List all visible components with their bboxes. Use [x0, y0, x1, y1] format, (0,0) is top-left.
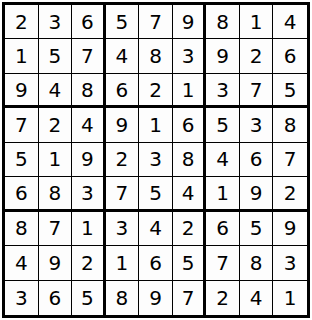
cell-r5c6: 8: [173, 143, 207, 177]
cell-r2c1: 1: [5, 39, 39, 73]
cell-r4c5: 1: [139, 108, 173, 142]
cell-r3c7: 3: [206, 74, 240, 108]
cell-r8c6: 5: [173, 246, 207, 280]
cell-r7c7: 6: [206, 212, 240, 246]
cell-r8c5: 6: [139, 246, 173, 280]
cell-r5c3: 9: [72, 143, 106, 177]
cell-r1c9: 4: [273, 5, 307, 39]
cell-r9c3: 5: [72, 281, 106, 315]
cell-r9c7: 2: [206, 281, 240, 315]
cell-r4c6: 6: [173, 108, 207, 142]
cell-r7c2: 7: [39, 212, 73, 246]
cell-r6c6: 4: [173, 177, 207, 211]
cell-r6c1: 6: [5, 177, 39, 211]
cell-r1c4: 5: [106, 5, 140, 39]
cell-r2c9: 6: [273, 39, 307, 73]
cell-r5c5: 3: [139, 143, 173, 177]
cell-r8c8: 8: [240, 246, 274, 280]
cell-r1c3: 6: [72, 5, 106, 39]
cell-r3c5: 2: [139, 74, 173, 108]
cell-r1c5: 7: [139, 5, 173, 39]
cell-r1c6: 9: [173, 5, 207, 39]
cell-r7c3: 1: [72, 212, 106, 246]
cell-r3c3: 8: [72, 74, 106, 108]
cell-r2c3: 7: [72, 39, 106, 73]
cell-r3c2: 4: [39, 74, 73, 108]
cell-r8c2: 9: [39, 246, 73, 280]
cell-r6c7: 1: [206, 177, 240, 211]
cell-r2c6: 3: [173, 39, 207, 73]
cell-r9c9: 1: [273, 281, 307, 315]
cell-r7c4: 3: [106, 212, 140, 246]
cell-r1c2: 3: [39, 5, 73, 39]
cell-r4c2: 2: [39, 108, 73, 142]
cell-r1c8: 1: [240, 5, 274, 39]
cell-r6c8: 9: [240, 177, 274, 211]
cell-r7c6: 2: [173, 212, 207, 246]
cell-r8c7: 7: [206, 246, 240, 280]
cell-r1c1: 2: [5, 5, 39, 39]
cell-r2c8: 2: [240, 39, 274, 73]
cell-r5c8: 6: [240, 143, 274, 177]
cell-r9c2: 6: [39, 281, 73, 315]
cell-r4c1: 7: [5, 108, 39, 142]
cell-r9c1: 3: [5, 281, 39, 315]
cell-r7c8: 5: [240, 212, 274, 246]
cell-r2c5: 8: [139, 39, 173, 73]
cell-r8c3: 2: [72, 246, 106, 280]
cell-r5c7: 4: [206, 143, 240, 177]
cell-r9c4: 8: [106, 281, 140, 315]
cell-r5c1: 5: [5, 143, 39, 177]
cell-r3c6: 1: [173, 74, 207, 108]
cell-r9c8: 4: [240, 281, 274, 315]
cell-r3c1: 9: [5, 74, 39, 108]
cell-r2c2: 5: [39, 39, 73, 73]
cell-r4c3: 4: [72, 108, 106, 142]
cell-r7c5: 4: [139, 212, 173, 246]
cell-r7c9: 9: [273, 212, 307, 246]
cell-r2c7: 9: [206, 39, 240, 73]
cell-r1c7: 8: [206, 5, 240, 39]
cell-r7c1: 8: [5, 212, 39, 246]
sudoku-board: 2365798141574839269486213757249165385192…: [2, 2, 310, 318]
cell-r3c8: 7: [240, 74, 274, 108]
cell-r6c9: 2: [273, 177, 307, 211]
cell-r2c4: 4: [106, 39, 140, 73]
cell-r6c3: 3: [72, 177, 106, 211]
cell-r5c4: 2: [106, 143, 140, 177]
cell-r4c8: 3: [240, 108, 274, 142]
cell-r6c2: 8: [39, 177, 73, 211]
cell-r3c4: 6: [106, 74, 140, 108]
cell-r5c2: 1: [39, 143, 73, 177]
cell-r8c1: 4: [5, 246, 39, 280]
cell-r6c5: 5: [139, 177, 173, 211]
cell-r4c7: 5: [206, 108, 240, 142]
cell-r8c9: 3: [273, 246, 307, 280]
cell-r3c9: 5: [273, 74, 307, 108]
cell-r6c4: 7: [106, 177, 140, 211]
cell-r5c9: 7: [273, 143, 307, 177]
cell-r4c4: 9: [106, 108, 140, 142]
cell-r9c5: 9: [139, 281, 173, 315]
cell-r8c4: 1: [106, 246, 140, 280]
cell-r9c6: 7: [173, 281, 207, 315]
cell-r4c9: 8: [273, 108, 307, 142]
